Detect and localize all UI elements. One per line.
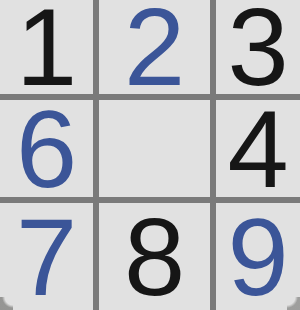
- cell-r2c2[interactable]: [99, 100, 210, 197]
- cell-r1c1[interactable]: 1: [0, 0, 93, 94]
- cell-r2c3[interactable]: 4: [216, 100, 300, 197]
- cell-r3c1[interactable]: 7: [0, 203, 93, 310]
- cell-r3c3[interactable]: 9: [216, 203, 300, 310]
- sudoku-grid: 1 2 3 6 4 7 8 9: [0, 0, 300, 310]
- cell-r1c2[interactable]: 2: [99, 0, 210, 94]
- cell-r2c1[interactable]: 6: [0, 100, 93, 197]
- cell-r3c2[interactable]: 8: [99, 203, 210, 310]
- cell-r1c3[interactable]: 3: [216, 0, 300, 94]
